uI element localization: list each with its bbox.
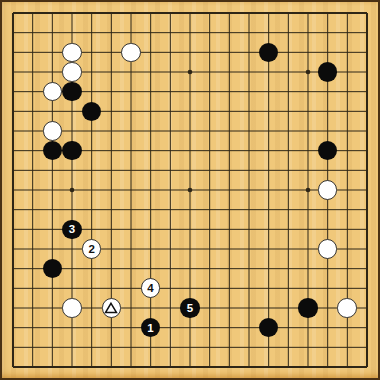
- stone-E14: [82, 101, 102, 121]
- stone-E7: 2: [82, 239, 102, 259]
- stone-C12: [42, 141, 62, 161]
- stone-C6: [42, 259, 62, 279]
- stone-R10: [318, 180, 338, 200]
- white-stone: [62, 298, 81, 317]
- black-stone: [298, 298, 317, 317]
- white-stone: 2: [82, 239, 101, 258]
- stone-C15: [42, 82, 62, 102]
- black-stone: [43, 259, 62, 278]
- move-number: 3: [69, 224, 75, 236]
- stone-D4: [62, 298, 82, 318]
- stone-D15: [62, 82, 82, 102]
- white-stone: [43, 121, 62, 140]
- triangle-mark: [104, 301, 118, 315]
- stone-Q4: [298, 298, 318, 318]
- stone-D17: [62, 42, 82, 62]
- move-number: 4: [147, 283, 153, 295]
- black-stone: 1: [141, 318, 160, 337]
- stone-G17: [121, 42, 141, 62]
- stone-R12: [318, 141, 338, 161]
- white-stone: [62, 62, 81, 81]
- move-number: 2: [88, 244, 94, 256]
- stone-C13: [42, 121, 62, 141]
- move-number: 5: [187, 303, 193, 315]
- black-stone: [43, 141, 62, 160]
- black-stone: [62, 141, 81, 160]
- white-stone: [43, 82, 62, 101]
- stones-layer: 32451: [3, 3, 376, 376]
- stone-F4: [101, 298, 121, 318]
- white-stone: [62, 43, 81, 62]
- stone-K4: 5: [180, 298, 200, 318]
- stone-H3: 1: [141, 318, 161, 338]
- white-stone: [102, 298, 121, 317]
- black-stone: [318, 141, 337, 160]
- white-stone: 4: [141, 278, 160, 297]
- stone-R7: [318, 239, 338, 259]
- white-stone: [318, 180, 337, 199]
- stone-D16: [62, 62, 82, 82]
- white-stone: [337, 298, 356, 317]
- black-stone: [318, 62, 337, 81]
- stone-N3: [259, 318, 279, 338]
- stone-R16: [318, 62, 338, 82]
- stone-D8: 3: [62, 219, 82, 239]
- black-stone: [259, 318, 278, 337]
- white-stone: [318, 239, 337, 258]
- white-stone: [121, 43, 140, 62]
- black-stone: [82, 102, 101, 121]
- stone-H5: 4: [141, 278, 161, 298]
- stone-N17: [259, 42, 279, 62]
- black-stone: 5: [180, 298, 199, 317]
- stone-S4: [337, 298, 357, 318]
- move-number: 1: [147, 322, 153, 334]
- go-board[interactable]: 32451: [0, 0, 380, 380]
- black-stone: 3: [62, 220, 81, 239]
- stone-D12: [62, 141, 82, 161]
- black-stone: [259, 43, 278, 62]
- black-stone: [62, 82, 81, 101]
